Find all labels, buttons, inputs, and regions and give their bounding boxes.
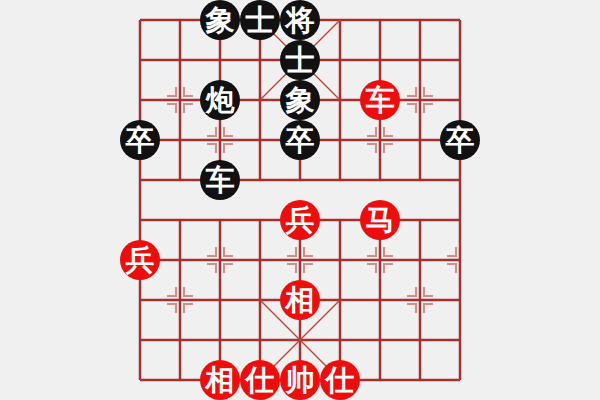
board-point[interactable] (160, 280, 200, 320)
black-soldier[interactable]: 卒 (440, 120, 480, 160)
black-chariot[interactable]: 车 (200, 160, 240, 200)
board-point[interactable] (400, 320, 440, 360)
board-point[interactable] (320, 80, 360, 120)
board-point[interactable]: 将 (280, 0, 320, 40)
board-point[interactable] (320, 200, 360, 240)
black-cannon[interactable]: 炮 (200, 80, 240, 120)
board-point[interactable] (400, 80, 440, 120)
black-soldier[interactable]: 卒 (280, 120, 320, 160)
board-point[interactable] (440, 360, 480, 400)
board-point[interactable]: 士 (280, 40, 320, 80)
red-soldier[interactable]: 兵 (280, 200, 320, 240)
board-point[interactable] (400, 360, 440, 400)
board-point[interactable] (240, 240, 280, 280)
board-point[interactable] (120, 280, 160, 320)
board-point[interactable]: 相 (280, 280, 320, 320)
board-point[interactable] (160, 80, 200, 120)
board-point[interactable] (160, 200, 200, 240)
board-point[interactable] (360, 120, 400, 160)
board-point[interactable] (440, 280, 480, 320)
board-point[interactable] (120, 40, 160, 80)
board-point[interactable] (120, 320, 160, 360)
board-point[interactable] (360, 0, 400, 40)
board-point[interactable]: 兵 (120, 240, 160, 280)
red-general[interactable]: 帅 (280, 360, 320, 400)
board-point[interactable] (120, 360, 160, 400)
board-point[interactable] (160, 40, 200, 80)
board-point[interactable]: 兵 (280, 200, 320, 240)
red-advisor[interactable]: 仕 (240, 360, 280, 400)
board-point[interactable]: 象 (200, 0, 240, 40)
board-point[interactable] (360, 160, 400, 200)
board-point[interactable]: 车 (360, 80, 400, 120)
board-point[interactable] (240, 160, 280, 200)
board-point[interactable] (400, 40, 440, 80)
board-point[interactable] (240, 200, 280, 240)
board-point[interactable] (440, 40, 480, 80)
board-point[interactable]: 帅 (280, 360, 320, 400)
board-point[interactable] (120, 80, 160, 120)
board-point[interactable]: 相 (200, 360, 240, 400)
board-point[interactable]: 卒 (440, 120, 480, 160)
black-advisor[interactable]: 士 (240, 0, 280, 40)
board-point[interactable] (280, 320, 320, 360)
board-point[interactable] (360, 280, 400, 320)
board-point[interactable] (320, 320, 360, 360)
board-point[interactable]: 仕 (320, 360, 360, 400)
board-point[interactable] (280, 160, 320, 200)
board-point[interactable] (240, 80, 280, 120)
intersection-grid: 象士将士炮象车卒卒卒车兵马兵相相仕帅仕 (120, 0, 480, 400)
board-point[interactable]: 卒 (280, 120, 320, 160)
board-point[interactable] (160, 120, 200, 160)
board-point[interactable] (400, 240, 440, 280)
board-point[interactable] (160, 240, 200, 280)
board-point[interactable] (360, 360, 400, 400)
xiangqi-board: 象士将士炮象车卒卒卒车兵马兵相相仕帅仕 (0, 0, 600, 400)
red-elephant[interactable]: 相 (200, 360, 240, 400)
board-point[interactable] (240, 280, 280, 320)
board-point[interactable] (440, 320, 480, 360)
board-point[interactable] (400, 200, 440, 240)
board-point[interactable] (120, 0, 160, 40)
board-point[interactable] (320, 0, 360, 40)
board-point[interactable] (240, 40, 280, 80)
board-point[interactable] (200, 40, 240, 80)
board-point[interactable] (400, 120, 440, 160)
board-point[interactable] (440, 0, 480, 40)
black-soldier[interactable]: 卒 (120, 120, 160, 160)
board-point[interactable] (400, 160, 440, 200)
board-point[interactable] (320, 40, 360, 80)
board-point[interactable] (400, 280, 440, 320)
board-point[interactable] (440, 240, 480, 280)
board-point[interactable] (440, 160, 480, 200)
board-point[interactable] (200, 280, 240, 320)
board-point[interactable] (320, 120, 360, 160)
red-chariot[interactable]: 车 (360, 80, 400, 120)
red-advisor[interactable]: 仕 (320, 360, 360, 400)
board-point[interactable]: 马 (360, 200, 400, 240)
black-general[interactable]: 将 (280, 0, 320, 40)
board-point[interactable] (120, 160, 160, 200)
board-point[interactable] (160, 320, 200, 360)
board-point[interactable] (360, 240, 400, 280)
board-point[interactable] (200, 320, 240, 360)
red-elephant[interactable]: 相 (280, 280, 320, 320)
board-point[interactable] (360, 320, 400, 360)
black-elephant[interactable]: 象 (280, 80, 320, 120)
black-advisor[interactable]: 士 (280, 40, 320, 80)
board-point[interactable] (280, 240, 320, 280)
board-point[interactable] (360, 40, 400, 80)
board-point[interactable] (200, 200, 240, 240)
red-horse[interactable]: 马 (360, 200, 400, 240)
black-elephant[interactable]: 象 (200, 0, 240, 40)
board-point[interactable] (320, 240, 360, 280)
board-point[interactable] (200, 120, 240, 160)
board-point[interactable]: 炮 (200, 80, 240, 120)
board-point[interactable] (200, 240, 240, 280)
board-point[interactable] (320, 280, 360, 320)
board-point[interactable] (320, 160, 360, 200)
board-point[interactable] (160, 360, 200, 400)
board-point[interactable]: 士 (240, 0, 280, 40)
board-point[interactable] (160, 160, 200, 200)
board-point[interactable] (240, 320, 280, 360)
board-point[interactable]: 卒 (120, 120, 160, 160)
board-point[interactable] (400, 0, 440, 40)
board-point[interactable]: 仕 (240, 360, 280, 400)
board-point[interactable] (120, 200, 160, 240)
red-soldier[interactable]: 兵 (120, 240, 160, 280)
board-point[interactable] (160, 0, 200, 40)
board-point[interactable] (440, 80, 480, 120)
board-point[interactable] (240, 120, 280, 160)
board-point[interactable] (440, 200, 480, 240)
board-point[interactable]: 车 (200, 160, 240, 200)
board-point[interactable]: 象 (280, 80, 320, 120)
